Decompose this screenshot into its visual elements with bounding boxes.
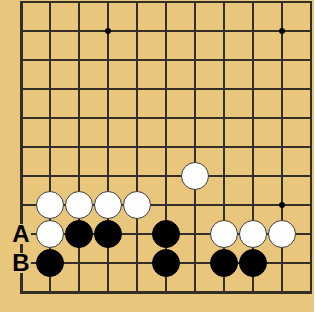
intersection[interactable] xyxy=(94,104,123,133)
intersection[interactable] xyxy=(65,133,94,162)
intersection[interactable] xyxy=(65,249,94,278)
intersection[interactable] xyxy=(297,0,315,17)
intersection[interactable] xyxy=(123,191,152,220)
intersection[interactable] xyxy=(268,133,297,162)
intersection[interactable] xyxy=(239,104,268,133)
intersection[interactable] xyxy=(123,75,152,104)
intersection[interactable] xyxy=(239,75,268,104)
point-label-b: B xyxy=(11,253,31,273)
intersection[interactable] xyxy=(210,46,239,75)
intersection[interactable] xyxy=(7,0,36,17)
intersection[interactable] xyxy=(152,17,181,46)
intersection[interactable] xyxy=(94,46,123,75)
white-stone xyxy=(239,220,267,248)
intersection[interactable] xyxy=(36,104,65,133)
intersection[interactable] xyxy=(123,249,152,278)
intersection[interactable] xyxy=(65,220,94,249)
intersection[interactable] xyxy=(152,104,181,133)
white-stone xyxy=(210,220,238,248)
intersection[interactable] xyxy=(239,133,268,162)
intersection[interactable] xyxy=(36,17,65,46)
intersection[interactable] xyxy=(297,46,315,75)
intersection[interactable] xyxy=(268,104,297,133)
intersection[interactable] xyxy=(210,278,239,307)
intersection[interactable] xyxy=(123,162,152,191)
star-point xyxy=(279,202,285,208)
intersection[interactable] xyxy=(152,278,181,307)
intersection[interactable] xyxy=(36,220,65,249)
intersection[interactable] xyxy=(123,220,152,249)
intersection[interactable] xyxy=(268,17,297,46)
black-stone xyxy=(94,220,122,248)
intersection[interactable] xyxy=(7,191,36,220)
intersection[interactable] xyxy=(65,75,94,104)
intersection[interactable] xyxy=(94,278,123,307)
black-stone xyxy=(65,220,93,248)
star-point xyxy=(105,28,111,34)
white-stone xyxy=(36,220,64,248)
intersection[interactable] xyxy=(268,191,297,220)
star-point xyxy=(279,28,285,34)
intersection[interactable] xyxy=(210,162,239,191)
intersection[interactable] xyxy=(239,17,268,46)
intersection[interactable] xyxy=(268,220,297,249)
intersection[interactable] xyxy=(210,17,239,46)
intersection[interactable] xyxy=(123,278,152,307)
intersection[interactable] xyxy=(181,278,210,307)
intersection[interactable] xyxy=(36,133,65,162)
intersection[interactable] xyxy=(65,46,94,75)
intersection[interactable] xyxy=(297,104,315,133)
intersection[interactable] xyxy=(181,46,210,75)
intersection[interactable] xyxy=(239,249,268,278)
intersection[interactable] xyxy=(152,0,181,17)
intersection[interactable] xyxy=(7,104,36,133)
intersection[interactable] xyxy=(181,17,210,46)
go-board-diagram: AB xyxy=(0,0,314,312)
intersection[interactable] xyxy=(123,17,152,46)
intersection[interactable] xyxy=(210,249,239,278)
intersection[interactable] xyxy=(181,249,210,278)
intersection[interactable] xyxy=(181,75,210,104)
intersection[interactable] xyxy=(181,162,210,191)
white-stone xyxy=(268,220,296,248)
point-label-a: A xyxy=(11,224,31,244)
intersection[interactable] xyxy=(268,278,297,307)
intersection[interactable] xyxy=(152,75,181,104)
intersection[interactable] xyxy=(210,220,239,249)
intersection[interactable] xyxy=(7,278,36,307)
intersection[interactable] xyxy=(268,249,297,278)
intersection[interactable] xyxy=(94,17,123,46)
black-stone xyxy=(239,249,267,277)
intersection[interactable] xyxy=(181,133,210,162)
intersection[interactable] xyxy=(297,162,315,191)
intersection[interactable] xyxy=(123,0,152,17)
black-stone xyxy=(210,249,238,277)
intersection[interactable] xyxy=(181,0,210,17)
intersection[interactable] xyxy=(181,220,210,249)
intersection[interactable]: B xyxy=(7,249,36,278)
intersection[interactable] xyxy=(268,46,297,75)
intersection[interactable] xyxy=(297,17,315,46)
intersection[interactable] xyxy=(123,104,152,133)
intersection[interactable] xyxy=(210,104,239,133)
intersection[interactable] xyxy=(152,191,181,220)
intersection[interactable] xyxy=(7,46,36,75)
intersection[interactable] xyxy=(7,162,36,191)
intersection[interactable] xyxy=(123,133,152,162)
intersection[interactable]: A xyxy=(7,220,36,249)
intersection[interactable] xyxy=(239,278,268,307)
intersection[interactable] xyxy=(7,133,36,162)
intersection[interactable] xyxy=(94,191,123,220)
intersection[interactable] xyxy=(297,249,315,278)
white-stone xyxy=(123,191,151,219)
intersection[interactable] xyxy=(94,162,123,191)
intersection[interactable] xyxy=(36,162,65,191)
intersection[interactable] xyxy=(7,75,36,104)
intersection[interactable] xyxy=(181,191,210,220)
intersection[interactable] xyxy=(65,191,94,220)
intersection[interactable] xyxy=(94,0,123,17)
intersection[interactable] xyxy=(65,162,94,191)
intersection[interactable] xyxy=(268,75,297,104)
intersection[interactable] xyxy=(297,191,315,220)
intersection[interactable] xyxy=(297,133,315,162)
intersection[interactable] xyxy=(123,46,152,75)
intersection[interactable] xyxy=(94,133,123,162)
intersection[interactable] xyxy=(297,75,315,104)
intersection[interactable] xyxy=(210,0,239,17)
intersection[interactable] xyxy=(268,0,297,17)
intersection[interactable] xyxy=(297,278,315,307)
intersection[interactable] xyxy=(94,75,123,104)
intersection[interactable] xyxy=(268,162,297,191)
white-stone xyxy=(65,191,93,219)
intersection[interactable] xyxy=(210,133,239,162)
intersection[interactable] xyxy=(210,191,239,220)
black-stone xyxy=(152,220,180,248)
black-stone xyxy=(36,249,64,277)
white-stone xyxy=(36,191,64,219)
board-grid[interactable]: AB xyxy=(7,0,315,307)
intersection[interactable] xyxy=(36,75,65,104)
white-stone xyxy=(181,162,209,190)
intersection[interactable] xyxy=(94,220,123,249)
intersection[interactable] xyxy=(239,191,268,220)
intersection[interactable] xyxy=(152,220,181,249)
intersection[interactable] xyxy=(239,162,268,191)
intersection[interactable] xyxy=(36,0,65,17)
black-stone xyxy=(152,249,180,277)
intersection[interactable] xyxy=(94,249,123,278)
intersection[interactable] xyxy=(7,17,36,46)
intersection[interactable] xyxy=(239,46,268,75)
intersection[interactable] xyxy=(36,191,65,220)
intersection[interactable] xyxy=(36,278,65,307)
intersection[interactable] xyxy=(36,46,65,75)
intersection[interactable] xyxy=(65,104,94,133)
white-stone xyxy=(94,191,122,219)
intersection[interactable] xyxy=(152,133,181,162)
intersection[interactable] xyxy=(65,17,94,46)
intersection[interactable] xyxy=(65,0,94,17)
intersection[interactable] xyxy=(239,0,268,17)
intersection[interactable] xyxy=(152,46,181,75)
intersection[interactable] xyxy=(239,220,268,249)
intersection[interactable] xyxy=(65,278,94,307)
intersection[interactable] xyxy=(152,249,181,278)
intersection[interactable] xyxy=(152,162,181,191)
intersection[interactable] xyxy=(210,75,239,104)
intersection[interactable] xyxy=(297,220,315,249)
intersection[interactable] xyxy=(181,104,210,133)
intersection[interactable] xyxy=(36,249,65,278)
